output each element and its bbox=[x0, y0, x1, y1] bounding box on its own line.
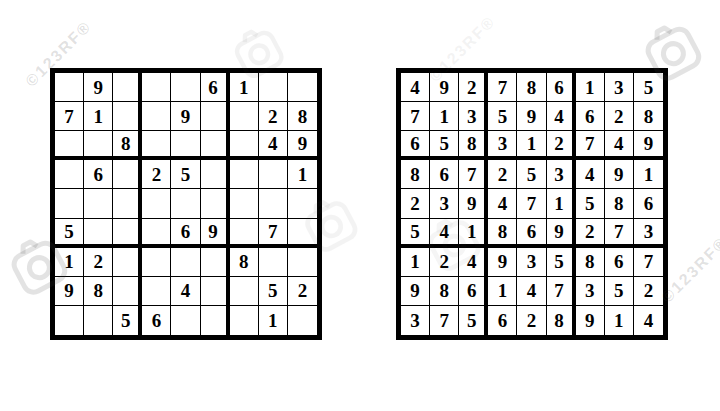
sudoku-cell-puzzle-r5c7 bbox=[230, 189, 259, 218]
sudoku-cell-puzzle-r1c7: 1 bbox=[230, 73, 259, 102]
sudoku-cell-solution-r8c4: 1 bbox=[488, 277, 517, 306]
sudoku-cell-solution-r5c1: 2 bbox=[401, 189, 430, 218]
sudoku-cell-solution-r9c2: 7 bbox=[430, 306, 459, 335]
sudoku-cell-solution-r4c6: 3 bbox=[547, 160, 576, 189]
sudoku-cell-puzzle-r4c6 bbox=[201, 160, 230, 189]
sudoku-cell-puzzle-r1c8 bbox=[259, 73, 288, 102]
sudoku-cell-puzzle-r8c1: 9 bbox=[55, 277, 84, 306]
sudoku-stock-image: ©123RF® ©123RF® ©123RF® bbox=[0, 0, 720, 411]
sudoku-cell-solution-r3c2: 5 bbox=[430, 131, 459, 160]
sudoku-cell-puzzle-r6c1: 5 bbox=[55, 219, 84, 248]
sudoku-cell-solution-r2c1: 7 bbox=[401, 102, 430, 131]
sudoku-cell-solution-r7c3: 4 bbox=[459, 248, 488, 277]
sudoku-cell-puzzle-r7c2: 2 bbox=[84, 248, 113, 277]
sudoku-cell-solution-r2c7: 6 bbox=[576, 102, 605, 131]
sudoku-cell-puzzle-r8c7 bbox=[230, 277, 259, 306]
sudoku-cell-puzzle-r8c9: 2 bbox=[288, 277, 317, 306]
sudoku-cell-solution-r6c1: 5 bbox=[401, 219, 430, 248]
sudoku-cell-puzzle-r4c2: 6 bbox=[84, 160, 113, 189]
sudoku-cell-puzzle-r3c9: 9 bbox=[288, 131, 317, 160]
sudoku-cell-solution-r3c4: 3 bbox=[488, 131, 517, 160]
sudoku-cell-solution-r9c7: 9 bbox=[576, 306, 605, 335]
sudoku-cell-solution-r2c2: 1 bbox=[430, 102, 459, 131]
sudoku-cell-puzzle-r8c8: 5 bbox=[259, 277, 288, 306]
sudoku-cell-puzzle-r2c8: 2 bbox=[259, 102, 288, 131]
sudoku-cell-solution-r5c4: 4 bbox=[488, 189, 517, 218]
sudoku-cell-puzzle-r7c6 bbox=[201, 248, 230, 277]
sudoku-cell-solution-r8c5: 4 bbox=[517, 277, 546, 306]
sudoku-cell-puzzle-r7c9 bbox=[288, 248, 317, 277]
sudoku-cell-puzzle-r3c3: 8 bbox=[113, 131, 142, 160]
sudoku-cell-solution-r8c8: 5 bbox=[605, 277, 634, 306]
sudoku-cell-solution-r2c9: 8 bbox=[634, 102, 663, 131]
sudoku-cell-solution-r4c8: 9 bbox=[605, 160, 634, 189]
sudoku-cell-puzzle-r9c9 bbox=[288, 306, 317, 335]
sudoku-cell-puzzle-r7c5 bbox=[171, 248, 200, 277]
sudoku-cell-solution-r4c9: 1 bbox=[634, 160, 663, 189]
sudoku-cell-puzzle-r6c9 bbox=[288, 219, 317, 248]
sudoku-cell-puzzle-r9c4: 6 bbox=[142, 306, 171, 335]
sudoku-cell-solution-r5c7: 5 bbox=[576, 189, 605, 218]
sudoku-cell-puzzle-r7c7: 8 bbox=[230, 248, 259, 277]
sudoku-cell-solution-r8c3: 6 bbox=[459, 277, 488, 306]
sudoku-cell-puzzle-r2c9: 8 bbox=[288, 102, 317, 131]
sudoku-cell-puzzle-r8c2: 8 bbox=[84, 277, 113, 306]
sudoku-cell-puzzle-r2c4 bbox=[142, 102, 171, 131]
sudoku-cell-puzzle-r4c7 bbox=[230, 160, 259, 189]
sudoku-cell-puzzle-r5c9 bbox=[288, 189, 317, 218]
sudoku-cell-solution-r5c8: 8 bbox=[605, 189, 634, 218]
sudoku-cell-solution-r7c9: 7 bbox=[634, 248, 663, 277]
sudoku-cell-puzzle-r1c1 bbox=[55, 73, 84, 102]
sudoku-cell-puzzle-r4c9: 1 bbox=[288, 160, 317, 189]
sudoku-cell-puzzle-r6c5: 6 bbox=[171, 219, 200, 248]
sudoku-cell-solution-r8c2: 8 bbox=[430, 277, 459, 306]
sudoku-cell-solution-r8c9: 2 bbox=[634, 277, 663, 306]
sudoku-cell-puzzle-r6c2 bbox=[84, 219, 113, 248]
sudoku-cell-solution-r2c5: 9 bbox=[517, 102, 546, 131]
sudoku-cell-puzzle-r3c8: 4 bbox=[259, 131, 288, 160]
sudoku-cell-puzzle-r8c6 bbox=[201, 277, 230, 306]
sudoku-cell-solution-r7c5: 3 bbox=[517, 248, 546, 277]
sudoku-cell-solution-r1c9: 5 bbox=[634, 73, 663, 102]
sudoku-solution-board: 4927861357135946286583127498672534912394… bbox=[396, 68, 668, 340]
sudoku-cell-puzzle-r9c5 bbox=[171, 306, 200, 335]
sudoku-cell-puzzle-r1c2: 9 bbox=[84, 73, 113, 102]
sudoku-cell-solution-r7c8: 6 bbox=[605, 248, 634, 277]
sudoku-cell-solution-r5c9: 6 bbox=[634, 189, 663, 218]
sudoku-cell-solution-r9c6: 8 bbox=[547, 306, 576, 335]
sudoku-cell-puzzle-r2c1: 7 bbox=[55, 102, 84, 131]
sudoku-cell-solution-r9c3: 5 bbox=[459, 306, 488, 335]
sudoku-cell-puzzle-r9c3: 5 bbox=[113, 306, 142, 335]
sudoku-cell-solution-r2c4: 5 bbox=[488, 102, 517, 131]
sudoku-cell-puzzle-r3c5 bbox=[171, 131, 200, 160]
sudoku-cell-solution-r7c7: 8 bbox=[576, 248, 605, 277]
sudoku-cell-solution-r1c4: 7 bbox=[488, 73, 517, 102]
sudoku-cell-solution-r3c1: 6 bbox=[401, 131, 430, 160]
sudoku-cell-solution-r4c3: 7 bbox=[459, 160, 488, 189]
sudoku-cell-solution-r5c3: 9 bbox=[459, 189, 488, 218]
sudoku-cell-puzzle-r3c4 bbox=[142, 131, 171, 160]
sudoku-cell-solution-r6c7: 2 bbox=[576, 219, 605, 248]
sudoku-cell-puzzle-r2c7 bbox=[230, 102, 259, 131]
sudoku-cell-puzzle-r7c3 bbox=[113, 248, 142, 277]
sudoku-cell-solution-r4c4: 2 bbox=[488, 160, 517, 189]
sudoku-cell-puzzle-r1c6: 6 bbox=[201, 73, 230, 102]
sudoku-cell-solution-r3c6: 2 bbox=[547, 131, 576, 160]
sudoku-cell-puzzle-r6c7 bbox=[230, 219, 259, 248]
sudoku-cell-solution-r9c1: 3 bbox=[401, 306, 430, 335]
sudoku-cell-puzzle-r5c4 bbox=[142, 189, 171, 218]
sudoku-cell-solution-r9c4: 6 bbox=[488, 306, 517, 335]
sudoku-cell-solution-r9c8: 1 bbox=[605, 306, 634, 335]
sudoku-cell-puzzle-r1c5 bbox=[171, 73, 200, 102]
sudoku-cell-solution-r9c9: 4 bbox=[634, 306, 663, 335]
sudoku-cell-solution-r6c3: 1 bbox=[459, 219, 488, 248]
sudoku-cell-puzzle-r5c6 bbox=[201, 189, 230, 218]
sudoku-cell-puzzle-r2c2: 1 bbox=[84, 102, 113, 131]
sudoku-cell-solution-r3c3: 8 bbox=[459, 131, 488, 160]
sudoku-cell-solution-r4c7: 4 bbox=[576, 160, 605, 189]
sudoku-cell-puzzle-r6c8: 7 bbox=[259, 219, 288, 248]
sudoku-cell-solution-r3c9: 9 bbox=[634, 131, 663, 160]
sudoku-cell-solution-r4c2: 6 bbox=[430, 160, 459, 189]
sudoku-cell-puzzle-r7c8 bbox=[259, 248, 288, 277]
sudoku-cell-puzzle-r2c5: 9 bbox=[171, 102, 200, 131]
sudoku-cell-puzzle-r3c1 bbox=[55, 131, 84, 160]
sudoku-cell-solution-r2c8: 2 bbox=[605, 102, 634, 131]
sudoku-cell-solution-r8c7: 3 bbox=[576, 277, 605, 306]
sudoku-cell-puzzle-r6c3 bbox=[113, 219, 142, 248]
sudoku-cell-solution-r8c6: 7 bbox=[547, 277, 576, 306]
sudoku-cell-puzzle-r4c3 bbox=[113, 160, 142, 189]
sudoku-cell-puzzle-r7c1: 1 bbox=[55, 248, 84, 277]
sudoku-cell-solution-r1c3: 2 bbox=[459, 73, 488, 102]
sudoku-puzzle-board: 961719288496251569712898452561 bbox=[50, 68, 322, 340]
sudoku-cell-solution-r4c5: 5 bbox=[517, 160, 546, 189]
sudoku-cell-solution-r9c5: 2 bbox=[517, 306, 546, 335]
sudoku-cell-puzzle-r8c3 bbox=[113, 277, 142, 306]
sudoku-cell-solution-r6c4: 8 bbox=[488, 219, 517, 248]
sudoku-cell-solution-r3c7: 7 bbox=[576, 131, 605, 160]
sudoku-cell-puzzle-r9c6 bbox=[201, 306, 230, 335]
sudoku-cell-solution-r6c8: 7 bbox=[605, 219, 634, 248]
sudoku-cell-solution-r7c1: 1 bbox=[401, 248, 430, 277]
sudoku-cell-puzzle-r5c5 bbox=[171, 189, 200, 218]
sudoku-cell-puzzle-r2c6 bbox=[201, 102, 230, 131]
sudoku-cell-solution-r6c9: 3 bbox=[634, 219, 663, 248]
sudoku-cell-puzzle-r4c4: 2 bbox=[142, 160, 171, 189]
sudoku-cell-solution-r2c6: 4 bbox=[547, 102, 576, 131]
sudoku-cell-solution-r7c2: 2 bbox=[430, 248, 459, 277]
sudoku-cell-solution-r1c1: 4 bbox=[401, 73, 430, 102]
sudoku-cell-puzzle-r9c2 bbox=[84, 306, 113, 335]
sudoku-cell-puzzle-r2c3 bbox=[113, 102, 142, 131]
sudoku-cell-puzzle-r5c2 bbox=[84, 189, 113, 218]
sudoku-cell-puzzle-r9c7 bbox=[230, 306, 259, 335]
sudoku-cell-puzzle-r1c4 bbox=[142, 73, 171, 102]
sudoku-cell-puzzle-r4c8 bbox=[259, 160, 288, 189]
sudoku-cell-solution-r8c1: 9 bbox=[401, 277, 430, 306]
sudoku-cell-puzzle-r9c8: 1 bbox=[259, 306, 288, 335]
sudoku-cell-solution-r5c2: 3 bbox=[430, 189, 459, 218]
sudoku-cell-solution-r3c8: 4 bbox=[605, 131, 634, 160]
sudoku-cell-puzzle-r4c1 bbox=[55, 160, 84, 189]
sudoku-cell-solution-r5c5: 7 bbox=[517, 189, 546, 218]
sudoku-cell-puzzle-r6c6: 9 bbox=[201, 219, 230, 248]
sudoku-cell-puzzle-r5c1 bbox=[55, 189, 84, 218]
sudoku-cell-solution-r6c2: 4 bbox=[430, 219, 459, 248]
sudoku-cell-solution-r1c6: 6 bbox=[547, 73, 576, 102]
sudoku-cell-puzzle-r3c6 bbox=[201, 131, 230, 160]
sudoku-cell-solution-r6c5: 6 bbox=[517, 219, 546, 248]
sudoku-cell-puzzle-r8c5: 4 bbox=[171, 277, 200, 306]
sudoku-cell-puzzle-r3c7 bbox=[230, 131, 259, 160]
sudoku-cell-solution-r7c4: 9 bbox=[488, 248, 517, 277]
sudoku-cell-solution-r1c8: 3 bbox=[605, 73, 634, 102]
sudoku-cell-puzzle-r4c5: 5 bbox=[171, 160, 200, 189]
sudoku-cell-solution-r5c6: 1 bbox=[547, 189, 576, 218]
sudoku-cell-puzzle-r1c3 bbox=[113, 73, 142, 102]
sudoku-cell-solution-r4c1: 8 bbox=[401, 160, 430, 189]
sudoku-cell-puzzle-r8c4 bbox=[142, 277, 171, 306]
sudoku-cell-puzzle-r7c4 bbox=[142, 248, 171, 277]
sudoku-cell-solution-r1c2: 9 bbox=[430, 73, 459, 102]
sudoku-cell-solution-r7c6: 5 bbox=[547, 248, 576, 277]
sudoku-cell-solution-r1c7: 1 bbox=[576, 73, 605, 102]
sudoku-cell-puzzle-r9c1 bbox=[55, 306, 84, 335]
sudoku-cell-puzzle-r3c2 bbox=[84, 131, 113, 160]
sudoku-cell-solution-r1c5: 8 bbox=[517, 73, 546, 102]
sudoku-cell-solution-r6c6: 9 bbox=[547, 219, 576, 248]
sudoku-cell-solution-r2c3: 3 bbox=[459, 102, 488, 131]
sudoku-cell-puzzle-r1c9 bbox=[288, 73, 317, 102]
sudoku-cell-puzzle-r5c8 bbox=[259, 189, 288, 218]
sudoku-cell-puzzle-r5c3 bbox=[113, 189, 142, 218]
sudoku-cell-puzzle-r6c4 bbox=[142, 219, 171, 248]
sudoku-cell-solution-r3c5: 1 bbox=[517, 131, 546, 160]
